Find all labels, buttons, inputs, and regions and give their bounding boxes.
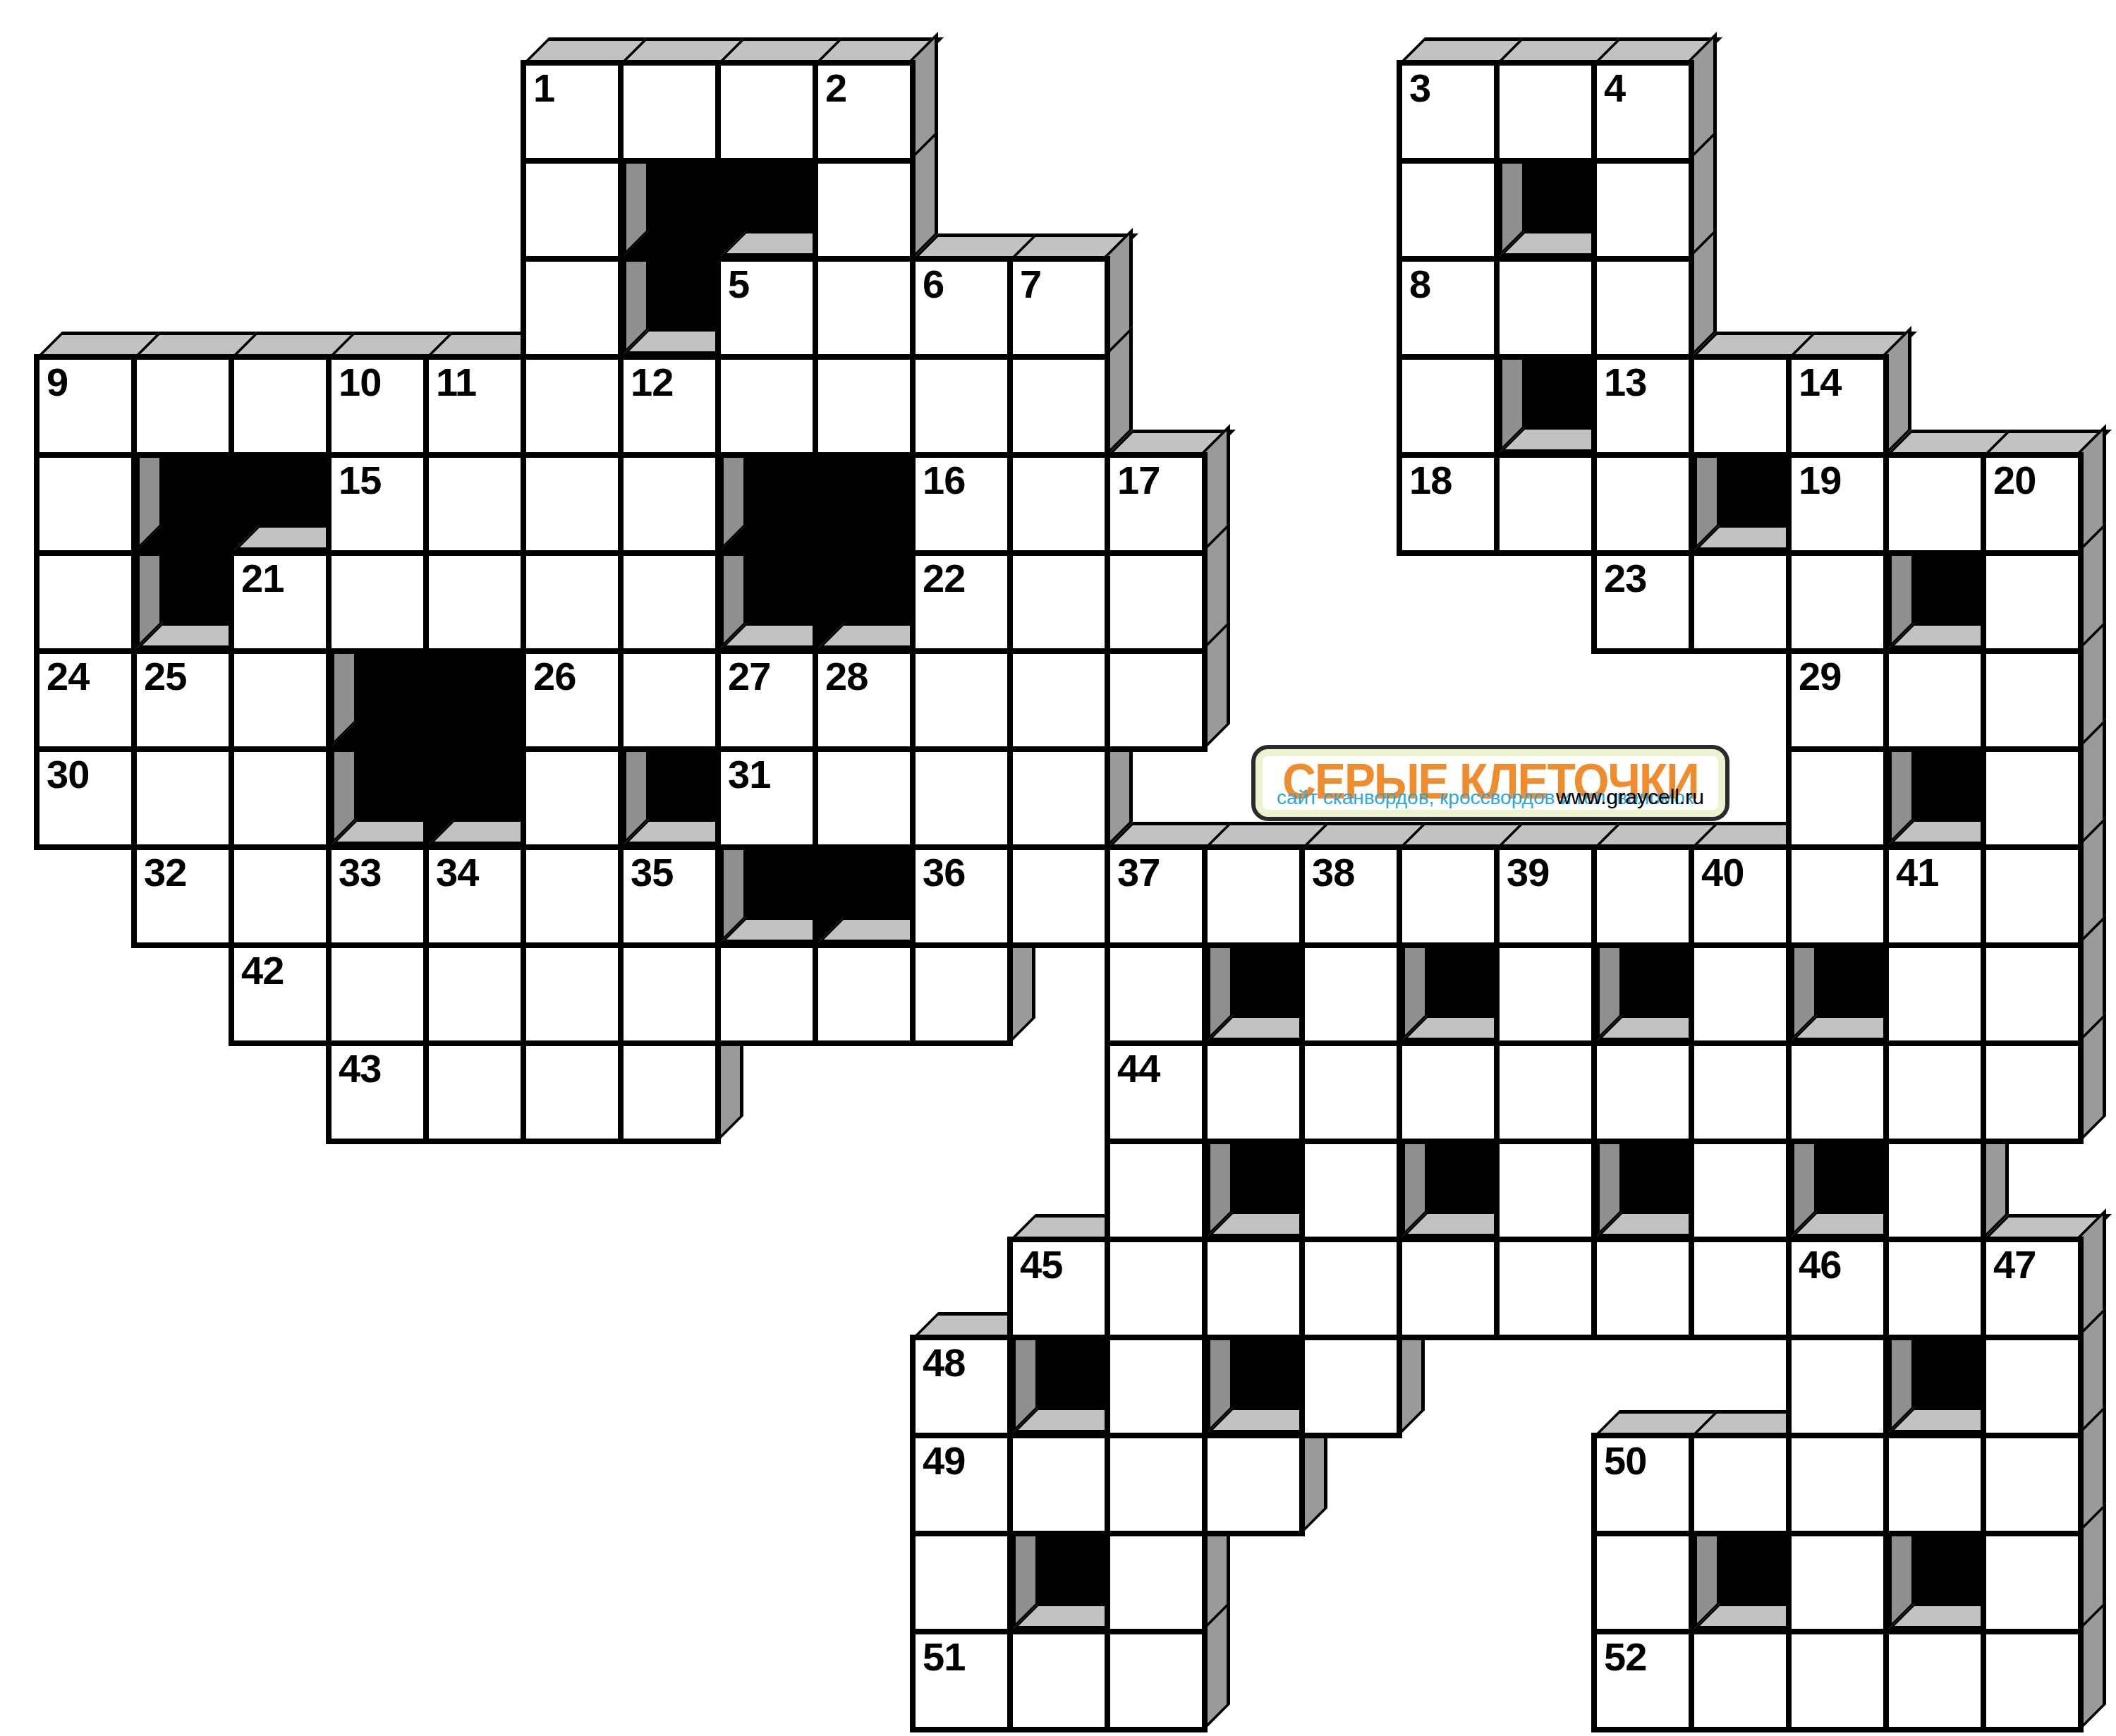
cell-r12c13[interactable]: [1299, 1237, 1402, 1340]
cell-r16c10[interactable]: [1007, 1629, 1110, 1732]
black-cell-r6c4: [423, 648, 526, 752]
cell-r3c16[interactable]: 13: [1591, 354, 1694, 458]
cell-r3c1[interactable]: [131, 354, 234, 458]
cell-r9c17[interactable]: [1689, 942, 1792, 1046]
cell-r12c17[interactable]: [1689, 1237, 1792, 1340]
cell-r7c1[interactable]: [131, 746, 234, 850]
crossword-puzzle-page: 1234567891011121314151617181920212223242…: [0, 0, 2116, 1736]
cell-r4c6[interactable]: [618, 452, 721, 556]
cell-r16c20[interactable]: [1981, 1629, 2084, 1732]
cell-r7c9[interactable]: [910, 746, 1013, 850]
clue-number-7: 7: [1020, 265, 1041, 304]
cell-r6c7[interactable]: 27: [715, 648, 818, 752]
cell-r4c20[interactable]: 20: [1981, 452, 2084, 556]
cell-r3c7[interactable]: [715, 354, 818, 458]
cell-r5c6[interactable]: [618, 550, 721, 654]
black-cell-r9c18: [1786, 942, 1889, 1046]
clue-number-52: 52: [1604, 1637, 1646, 1677]
cell-r10c12[interactable]: [1202, 1040, 1305, 1144]
cell-r7c20[interactable]: [1981, 746, 2084, 850]
cell-r2c8[interactable]: [813, 256, 916, 360]
cell-r0c7[interactable]: [715, 60, 818, 164]
black-cell-r11c12: [1202, 1139, 1305, 1242]
cell-r15c20[interactable]: [1981, 1531, 2084, 1634]
cell-r5c2[interactable]: 21: [229, 550, 332, 654]
black-cell-r13c10: [1007, 1335, 1110, 1438]
cell-r3c2[interactable]: [229, 354, 332, 458]
clue-number-10: 10: [339, 363, 381, 402]
cell-r0c8[interactable]: 2: [813, 60, 916, 164]
cell-r14c9[interactable]: 49: [910, 1433, 1013, 1536]
cell-r5c16[interactable]: 23: [1591, 550, 1694, 654]
cell-r5c0[interactable]: [34, 550, 137, 654]
cell-r10c5[interactable]: [521, 1040, 624, 1144]
cell-r12c11[interactable]: [1105, 1237, 1208, 1340]
cell-r10c14[interactable]: [1397, 1040, 1500, 1144]
cell-r4c18[interactable]: 19: [1786, 452, 1889, 556]
cell-r6c2[interactable]: [229, 648, 332, 752]
cell-r12c12[interactable]: [1202, 1237, 1305, 1340]
cell-r0c6[interactable]: [618, 60, 721, 164]
cell-r4c3[interactable]: 15: [326, 452, 429, 556]
cell-r14c12[interactable]: [1202, 1433, 1305, 1536]
clue-number-28: 28: [825, 657, 868, 696]
black-cell-r7c3: [326, 746, 429, 850]
clue-number-39: 39: [1507, 853, 1549, 892]
cell-r6c9[interactable]: [910, 648, 1013, 752]
black-cell-r7c4: [423, 746, 526, 850]
clue-number-11: 11: [436, 363, 476, 402]
cell-r6c0[interactable]: 24: [34, 648, 137, 752]
cell-r6c8[interactable]: 28: [813, 648, 916, 752]
clue-number-33: 33: [339, 853, 381, 892]
hole-bottom-face: [234, 525, 332, 550]
black-cell-r1c7: [715, 158, 818, 262]
cell-r15c11[interactable]: [1105, 1531, 1208, 1634]
clue-number-29: 29: [1799, 657, 1841, 696]
cell-r0c15[interactable]: [1494, 60, 1597, 164]
cell-r10c16[interactable]: [1591, 1040, 1694, 1144]
cell-r5c5[interactable]: [521, 550, 624, 654]
cell-r9c3[interactable]: [326, 942, 429, 1046]
cell-r5c3[interactable]: [326, 550, 429, 654]
cell-r8c2[interactable]: [229, 844, 332, 948]
cell-r7c18[interactable]: [1786, 746, 1889, 850]
cell-r8c13[interactable]: 38: [1299, 844, 1402, 948]
black-cell-r15c19: [1883, 1531, 1986, 1634]
clue-number-6: 6: [923, 265, 944, 304]
clue-number-42: 42: [241, 951, 284, 990]
cell-r14c11[interactable]: [1105, 1433, 1208, 1536]
clue-number-17: 17: [1117, 461, 1160, 500]
clue-number-16: 16: [923, 461, 965, 500]
clue-number-25: 25: [144, 657, 186, 696]
black-cell-r11c14: [1397, 1139, 1500, 1242]
clue-number-43: 43: [339, 1049, 381, 1088]
cell-r7c7[interactable]: 31: [715, 746, 818, 850]
clue-number-48: 48: [923, 1343, 965, 1383]
cell-r9c15[interactable]: [1494, 942, 1597, 1046]
black-cell-r9c14: [1397, 942, 1500, 1046]
cell-r9c4[interactable]: [423, 942, 526, 1046]
clue-number-20: 20: [1993, 461, 2036, 500]
cell-r9c13[interactable]: [1299, 942, 1402, 1046]
cell-r13c11[interactable]: [1105, 1335, 1208, 1438]
hole-bottom-face: [818, 623, 916, 648]
cell-r9c7[interactable]: [715, 942, 818, 1046]
cell-r12c14[interactable]: [1397, 1237, 1500, 1340]
cell-r1c14[interactable]: [1397, 158, 1500, 262]
black-cell-r3c15: [1494, 354, 1597, 458]
cell-r7c0[interactable]: 30: [34, 746, 137, 850]
black-cell-r5c1: [131, 550, 234, 654]
cell-r5c20[interactable]: [1981, 550, 2084, 654]
cell-r6c18[interactable]: 29: [1786, 648, 1889, 752]
cell-r8c5[interactable]: [521, 844, 624, 948]
clue-number-9: 9: [47, 363, 68, 402]
cell-r6c1[interactable]: 25: [131, 648, 234, 752]
cell-r13c20[interactable]: [1981, 1335, 2084, 1438]
black-cell-r13c12: [1202, 1335, 1305, 1438]
cell-r4c19[interactable]: [1883, 452, 1986, 556]
cell-r12c10[interactable]: 45: [1007, 1237, 1110, 1340]
black-cell-r8c8: [813, 844, 916, 948]
cell-r9c8[interactable]: [813, 942, 916, 1046]
clue-number-41: 41: [1896, 853, 1938, 892]
cell-r5c4[interactable]: [423, 550, 526, 654]
cell-r3c17[interactable]: [1689, 354, 1792, 458]
cell-r1c5[interactable]: [521, 158, 624, 262]
cell-r10c4[interactable]: [423, 1040, 526, 1144]
black-cell-r6c3: [326, 648, 429, 752]
cell-r11c15[interactable]: [1494, 1139, 1597, 1242]
hole-bottom-face: [721, 231, 818, 256]
cell-r9c11[interactable]: [1105, 942, 1208, 1046]
cell-r6c5[interactable]: 26: [521, 648, 624, 752]
cell-r2c16[interactable]: [1591, 256, 1694, 360]
cell-r8c1[interactable]: 32: [131, 844, 234, 948]
black-cell-r9c16: [1591, 942, 1694, 1046]
cell-r1c8[interactable]: [813, 158, 916, 262]
clue-number-32: 32: [144, 853, 186, 892]
cell-r7c5[interactable]: [521, 746, 624, 850]
clue-number-23: 23: [1604, 559, 1646, 598]
clue-number-50: 50: [1604, 1441, 1646, 1481]
hole-left-face: [624, 158, 649, 256]
cell-r0c5[interactable]: 1: [521, 60, 624, 164]
cell-r5c11[interactable]: [1105, 550, 1208, 654]
cell-r8c19[interactable]: 41: [1883, 844, 1986, 948]
clue-number-51: 51: [923, 1637, 965, 1677]
cell-r8c11[interactable]: 37: [1105, 844, 1208, 948]
cell-r10c11[interactable]: 44: [1105, 1040, 1208, 1144]
hole-left-face: [721, 452, 746, 550]
cell-r6c19[interactable]: [1883, 648, 1986, 752]
cell-r4c4[interactable]: [423, 452, 526, 556]
clue-number-45: 45: [1020, 1245, 1062, 1285]
clue-number-44: 44: [1117, 1049, 1160, 1088]
black-cell-r9c12: [1202, 942, 1305, 1046]
hole-bottom-face: [429, 819, 526, 844]
clue-number-4: 4: [1604, 68, 1625, 108]
hole-left-face: [332, 648, 357, 746]
cell-r4c0[interactable]: [34, 452, 137, 556]
black-cell-r4c8: [813, 452, 916, 556]
cell-r14c18[interactable]: [1786, 1433, 1889, 1536]
cell-r5c9[interactable]: 22: [910, 550, 1013, 654]
cell-r2c9[interactable]: 6: [910, 256, 1013, 360]
cell-r5c17[interactable]: [1689, 550, 1792, 654]
cell-r2c7[interactable]: 5: [715, 256, 818, 360]
cell-r8c3[interactable]: 33: [326, 844, 429, 948]
cell-r3c10[interactable]: [1007, 354, 1110, 458]
cell-r16c11[interactable]: [1105, 1629, 1208, 1732]
hole-left-face: [137, 452, 162, 550]
cell-r8c14[interactable]: [1397, 844, 1500, 948]
clue-number-1: 1: [533, 68, 554, 108]
cell-r9c2[interactable]: 42: [229, 942, 332, 1046]
clue-number-36: 36: [923, 853, 965, 892]
cell-r8c6[interactable]: 35: [618, 844, 721, 948]
black-cell-r1c15: [1494, 158, 1597, 262]
cell-r10c13[interactable]: [1299, 1040, 1402, 1144]
cell-r8c15[interactable]: 39: [1494, 844, 1597, 948]
black-cell-r8c7: [715, 844, 818, 948]
cell-r13c13[interactable]: [1299, 1335, 1402, 1438]
black-cell-r5c8: [813, 550, 916, 654]
black-cell-r11c18: [1786, 1139, 1889, 1242]
cell-r9c5[interactable]: [521, 942, 624, 1046]
clue-number-14: 14: [1799, 363, 1841, 402]
cell-r4c15[interactable]: [1494, 452, 1597, 556]
clue-number-38: 38: [1312, 853, 1354, 892]
black-cell-r7c6: [618, 746, 721, 850]
cell-r15c9[interactable]: [910, 1531, 1013, 1634]
black-cell-r4c1: [131, 452, 234, 556]
cell-r4c16[interactable]: [1591, 452, 1694, 556]
black-cell-r13c19: [1883, 1335, 1986, 1438]
cell-r9c20[interactable]: [1981, 942, 2084, 1046]
cell-r8c10[interactable]: [1007, 844, 1110, 948]
cell-r15c16[interactable]: [1591, 1531, 1694, 1634]
cell-r7c10[interactable]: [1007, 746, 1110, 850]
cell-r16c19[interactable]: [1883, 1629, 1986, 1732]
cell-r10c17[interactable]: [1689, 1040, 1792, 1144]
cell-r3c9[interactable]: [910, 354, 1013, 458]
cell-r14c17[interactable]: [1689, 1433, 1792, 1536]
cell-r4c10[interactable]: [1007, 452, 1110, 556]
cell-r12c19[interactable]: [1883, 1237, 1986, 1340]
black-cell-r11c16: [1591, 1139, 1694, 1242]
clue-number-19: 19: [1799, 461, 1841, 500]
cell-r4c14[interactable]: 18: [1397, 452, 1500, 556]
clue-number-3: 3: [1409, 68, 1430, 108]
cell-r13c18[interactable]: [1786, 1335, 1889, 1438]
clue-number-15: 15: [339, 461, 381, 500]
cell-r16c9[interactable]: 51: [910, 1629, 1013, 1732]
cell-r6c6[interactable]: [618, 648, 721, 752]
cell-r1c16[interactable]: [1591, 158, 1694, 262]
cell-r14c19[interactable]: [1883, 1433, 1986, 1536]
cell-r12c18[interactable]: 46: [1786, 1237, 1889, 1340]
cell-r8c12[interactable]: [1202, 844, 1305, 948]
cell-r4c11[interactable]: 17: [1105, 452, 1208, 556]
cell-r12c20[interactable]: 47: [1981, 1237, 2084, 1340]
clue-number-27: 27: [728, 657, 770, 696]
cell-r16c18[interactable]: [1786, 1629, 1889, 1732]
clue-number-49: 49: [923, 1441, 965, 1481]
cell-r7c8[interactable]: [813, 746, 916, 850]
clue-number-30: 30: [47, 755, 89, 794]
cell-r4c5[interactable]: [521, 452, 624, 556]
cell-r6c11[interactable]: [1105, 648, 1208, 752]
cell-r3c6[interactable]: 12: [618, 354, 721, 458]
hole-bottom-face: [818, 917, 916, 942]
cell-r8c9[interactable]: 36: [910, 844, 1013, 948]
cell-r11c19[interactable]: [1883, 1139, 1986, 1242]
cell-r14c10[interactable]: [1007, 1433, 1110, 1536]
clue-number-18: 18: [1409, 461, 1452, 500]
graycell-logo[interactable]: СЕРЫЕ КЛЕТОЧКИ сайт сканвордов, кроссвор…: [1251, 745, 1729, 821]
cell-r14c20[interactable]: [1981, 1433, 2084, 1536]
cell-r12c15[interactable]: [1494, 1237, 1597, 1340]
black-cell-r2c6: [618, 256, 721, 360]
clue-number-40: 40: [1701, 853, 1744, 892]
cell-r10c20[interactable]: [1981, 1040, 2084, 1144]
black-cell-r5c7: [715, 550, 818, 654]
cell-r6c20[interactable]: [1981, 648, 2084, 752]
cell-r3c0[interactable]: 9: [34, 354, 137, 458]
clue-number-22: 22: [923, 559, 965, 598]
cell-r3c14[interactable]: [1397, 354, 1500, 458]
cell-r8c20[interactable]: [1981, 844, 2084, 948]
cell-r9c9[interactable]: [910, 942, 1013, 1046]
clue-number-8: 8: [1409, 265, 1430, 304]
cell-r10c3[interactable]: 43: [326, 1040, 429, 1144]
cell-r10c19[interactable]: [1883, 1040, 1986, 1144]
clue-number-46: 46: [1799, 1245, 1841, 1285]
cell-r8c16[interactable]: [1591, 844, 1694, 948]
cell-r0c16[interactable]: 4: [1591, 60, 1694, 164]
clue-number-21: 21: [241, 559, 284, 598]
cell-r10c15[interactable]: [1494, 1040, 1597, 1144]
black-cell-r4c2: [229, 452, 332, 556]
clue-number-34: 34: [436, 853, 478, 892]
clue-number-24: 24: [47, 657, 89, 696]
cell-r3c5[interactable]: [521, 354, 624, 458]
black-cell-r4c17: [1689, 452, 1792, 556]
cell-r2c5[interactable]: [521, 256, 624, 360]
cell-r2c14[interactable]: 8: [1397, 256, 1500, 360]
cell-r8c18[interactable]: [1786, 844, 1889, 948]
cell-r9c19[interactable]: [1883, 942, 1986, 1046]
black-cell-r4c7: [715, 452, 818, 556]
cell-r3c3[interactable]: 10: [326, 354, 429, 458]
cell-r3c18[interactable]: 14: [1786, 354, 1889, 458]
cell-r11c11[interactable]: [1105, 1139, 1208, 1242]
black-cell-r5c19: [1883, 550, 1986, 654]
clue-number-12: 12: [631, 363, 673, 402]
cell-r6c10[interactable]: [1007, 648, 1110, 752]
cell-r8c17[interactable]: 40: [1689, 844, 1792, 948]
black-cell-r15c10: [1007, 1531, 1110, 1634]
clue-number-2: 2: [825, 68, 846, 108]
cell-r13c9[interactable]: 48: [910, 1335, 1013, 1438]
clue-number-26: 26: [533, 657, 576, 696]
black-cell-r7c19: [1883, 746, 1986, 850]
cell-r12c16[interactable]: [1591, 1237, 1694, 1340]
cell-r16c17[interactable]: [1689, 1629, 1792, 1732]
black-cell-r15c17: [1689, 1531, 1792, 1634]
cell-r2c10[interactable]: 7: [1007, 256, 1110, 360]
cell-r7c2[interactable]: [229, 746, 332, 850]
cell-r16c16[interactable]: 52: [1591, 1629, 1694, 1732]
cell-r15c18[interactable]: [1786, 1531, 1889, 1634]
cell-r3c4[interactable]: 11: [423, 354, 526, 458]
cell-r11c13[interactable]: [1299, 1139, 1402, 1242]
clue-number-13: 13: [1604, 363, 1646, 402]
cell-r9c6[interactable]: [618, 942, 721, 1046]
cell-r10c18[interactable]: [1786, 1040, 1889, 1144]
cell-r3c8[interactable]: [813, 354, 916, 458]
cell-r14c16[interactable]: 50: [1591, 1433, 1694, 1536]
clue-number-5: 5: [728, 265, 749, 304]
clue-number-37: 37: [1117, 853, 1160, 892]
logo-url[interactable]: www.graycell.ru: [1556, 785, 1704, 809]
cell-r0c14[interactable]: 3: [1397, 60, 1500, 164]
cell-r10c6[interactable]: [618, 1040, 721, 1144]
cell-r5c10[interactable]: [1007, 550, 1110, 654]
cell-r4c9[interactable]: 16: [910, 452, 1013, 556]
cell-r8c4[interactable]: 34: [423, 844, 526, 948]
clue-number-35: 35: [631, 853, 673, 892]
cell-r11c17[interactable]: [1689, 1139, 1792, 1242]
black-cell-r1c6: [618, 158, 721, 262]
cell-r2c15[interactable]: [1494, 256, 1597, 360]
clue-number-31: 31: [728, 755, 770, 794]
cell-r5c18[interactable]: [1786, 550, 1889, 654]
clue-number-47: 47: [1993, 1245, 2036, 1285]
